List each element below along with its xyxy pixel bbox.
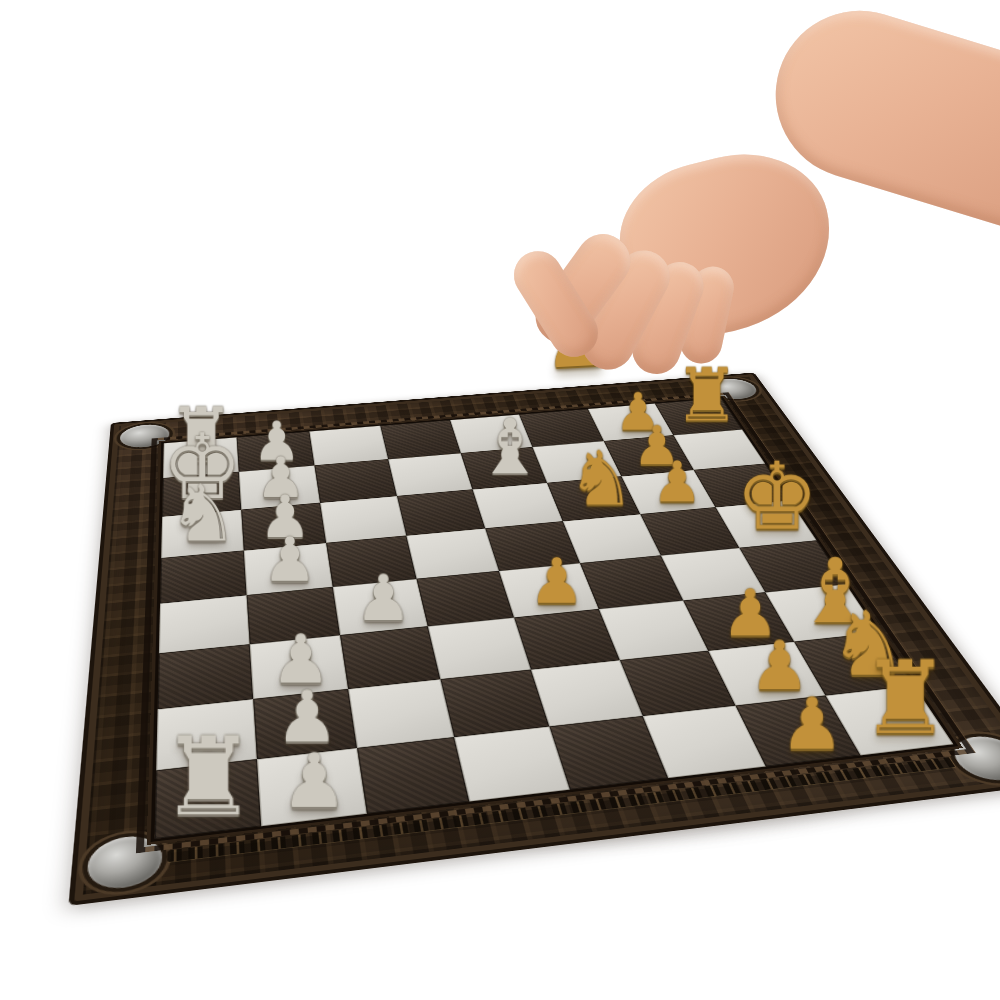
- square-g3[interactable]: [314, 459, 397, 502]
- black-pawn-f7[interactable]: ♟: [652, 453, 702, 509]
- black-king-e8[interactable]: ♚: [736, 450, 820, 543]
- black-rook-a8[interactable]: ♜: [861, 647, 952, 749]
- white-knight-f1[interactable]: ♞: [168, 475, 238, 554]
- square-e4[interactable]: [406, 528, 499, 579]
- black-rook-h8[interactable]: ♜: [674, 358, 740, 432]
- product-photo-scene: ♜♟♟♜♚♟♝♟♞♟♞♟♟♚♟♟♟♟♝♟♟♞♜♟♟♜ ♟: [0, 0, 1000, 1000]
- square-e1[interactable]: [160, 550, 247, 603]
- white-pawn-d3[interactable]: ♟: [355, 566, 412, 630]
- square-c4[interactable]: [428, 618, 531, 679]
- black-pawn-d5[interactable]: ♟: [528, 550, 584, 613]
- white-pawn-a2[interactable]: ♟: [280, 743, 347, 818]
- white-rook-a1[interactable]: ♜: [159, 722, 257, 831]
- square-f6[interactable]: ♞: [547, 476, 640, 521]
- white-pawn-e2[interactable]: ♟: [262, 529, 317, 590]
- square-a1[interactable]: ♜: [155, 759, 262, 839]
- black-pawn-a7[interactable]: ♟: [780, 688, 844, 760]
- square-d5[interactable]: ♟: [499, 563, 599, 618]
- square-f1[interactable]: ♞: [161, 509, 244, 558]
- square-d6[interactable]: [580, 556, 683, 610]
- square-a2[interactable]: ♟: [257, 748, 366, 826]
- square-a4[interactable]: [454, 726, 570, 801]
- square-b3[interactable]: [348, 679, 454, 748]
- square-c3[interactable]: [340, 627, 440, 689]
- square-a3[interactable]: [356, 737, 469, 814]
- square-f3[interactable]: [320, 496, 406, 543]
- square-d3[interactable]: ♟: [332, 579, 427, 635]
- black-knight-f6[interactable]: ♞: [567, 441, 635, 517]
- square-g5[interactable]: ♝: [461, 447, 547, 489]
- white-bishop-g5[interactable]: ♝: [475, 408, 544, 485]
